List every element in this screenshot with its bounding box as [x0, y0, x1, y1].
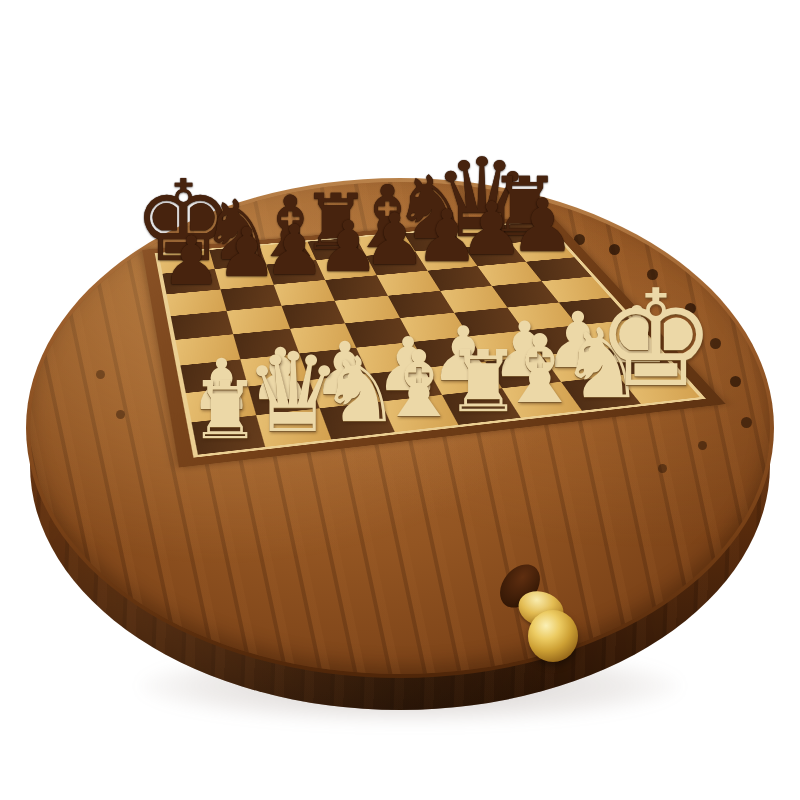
knob-ball [528, 610, 578, 662]
product-photo-scene: ♚♞♝♜♝♞♛♜♟♟♟♟♟♟♟♟♟♟♟♟♟♟♟♟♜♛♞♝♜♝♞♚ [0, 0, 800, 800]
inlay-dots [0, 0, 5, 5]
board-square[interactable] [256, 408, 331, 447]
board-square[interactable] [192, 415, 265, 454]
drawer-knob[interactable] [516, 592, 578, 664]
